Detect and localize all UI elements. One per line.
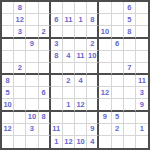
cell-r9c8[interactable] [87,99,99,111]
cell-r7c4[interactable] [39,75,51,87]
cell-r5c3[interactable] [26,51,38,63]
given-digit: 10 [88,52,96,60]
given-digit: 12 [3,125,11,133]
cell-r5c5[interactable]: 8 [51,51,63,63]
cell-r10c11[interactable] [124,112,136,124]
cell-r10c9[interactable]: 9 [99,112,111,124]
cell-r9c4[interactable] [39,99,51,111]
cell-r7c6[interactable]: 2 [63,75,75,87]
cell-r9c6[interactable]: 1 [63,99,75,111]
cell-r6c8[interactable] [87,63,99,75]
cell-r6c2[interactable]: 2 [14,63,26,75]
cell-r7c10[interactable] [112,75,124,87]
cell-r11c12[interactable]: 1 [136,124,148,136]
cell-r10c12[interactable] [136,112,148,124]
cell-r1c10[interactable] [112,2,124,14]
cell-r6c12[interactable] [136,63,148,75]
cell-r9c7[interactable]: 12 [75,99,87,111]
cell-r7c1[interactable]: 8 [2,75,14,87]
cell-r2c9[interactable] [99,14,111,26]
cell-r1c7[interactable] [75,2,87,14]
cell-r8c7[interactable] [75,87,87,99]
cell-r7c5[interactable] [51,75,63,87]
cell-r9c2[interactable] [14,99,26,111]
given-digit: 1 [54,138,58,146]
cell-r5c1[interactable] [2,51,14,63]
given-digit: 5 [127,16,131,24]
cell-r8c4[interactable]: 6 [39,87,51,99]
cell-r5c11[interactable] [124,51,136,63]
cell-r11c8[interactable]: 9 [87,124,99,136]
cell-r5c9[interactable] [99,51,111,63]
cell-r4c1[interactable] [2,39,14,51]
given-digit: 10 [76,138,84,146]
given-digit: 1 [66,101,70,109]
cell-r10c3[interactable]: 10 [26,112,38,124]
given-digit: 11 [64,16,72,24]
cell-r10c6[interactable] [63,112,75,124]
cell-r10c8[interactable] [87,112,99,124]
cell-r9c12[interactable]: 9 [136,99,148,111]
given-digit: 4 [66,52,70,60]
given-digit: 12 [64,138,72,146]
cell-r10c1[interactable] [2,112,14,124]
cell-r11c4[interactable] [39,124,51,136]
cell-r1c5[interactable] [51,2,63,14]
cell-r12c2[interactable] [14,136,26,148]
given-digit: 5 [5,89,9,97]
cell-r11c10[interactable]: 2 [112,124,124,136]
given-digit: 8 [54,52,58,60]
given-digit: 3 [140,89,144,97]
cell-r4c2[interactable] [14,39,26,51]
given-digit: 9 [140,101,144,109]
cell-r9c1[interactable]: 10 [2,99,14,111]
cell-r6c7[interactable] [75,63,87,75]
cell-r1c6[interactable] [63,2,75,14]
cell-r9c9[interactable] [99,99,111,111]
given-digit: 5 [115,113,119,121]
given-digit: 2 [115,125,119,133]
cell-r3c3[interactable] [26,26,38,38]
cell-r12c8[interactable]: 4 [87,136,99,148]
given-digit: 12 [76,101,84,109]
given-digit: 9 [103,113,107,121]
cell-r9c10[interactable] [112,99,124,111]
given-digit: 10 [3,101,11,109]
cell-r3c4[interactable]: 2 [39,26,51,38]
cell-r4c8[interactable]: 2 [87,39,99,51]
cell-r1c11[interactable]: 6 [124,2,136,14]
cell-r3c2[interactable]: 3 [14,26,26,38]
given-digit: 10 [101,28,109,36]
cell-r6c11[interactable]: 7 [124,63,136,75]
given-digit: 3 [18,28,22,36]
cell-r4c9[interactable] [99,39,111,51]
cell-r6c3[interactable] [26,63,38,75]
cell-r8c9[interactable]: 12 [99,87,111,99]
cell-r11c7[interactable] [75,124,87,136]
given-digit: 12 [16,16,24,24]
cell-r1c2[interactable]: 8 [14,2,26,14]
given-digit: 2 [90,40,94,48]
cell-r8c11[interactable] [124,87,136,99]
cell-r2c10[interactable] [112,14,124,26]
cell-r2c1[interactable] [2,14,14,26]
cell-r5c10[interactable] [112,51,124,63]
cell-r8c2[interactable] [14,87,26,99]
given-digit: 12 [101,89,109,97]
cell-r12c9[interactable] [99,136,111,148]
given-digit: 11 [77,52,85,60]
cell-r10c2[interactable] [14,112,26,124]
given-digit: 11 [52,125,60,133]
cell-r4c3[interactable]: 9 [26,39,38,51]
cell-r11c6[interactable] [63,124,75,136]
cell-r7c9[interactable] [99,75,111,87]
cell-r2c3[interactable] [26,14,38,26]
given-digit: 2 [66,77,70,85]
cell-r10c4[interactable]: 8 [39,112,51,124]
cell-r2c5[interactable]: 6 [51,14,63,26]
given-digit: 11 [138,77,146,85]
cell-r9c5[interactable] [51,99,63,111]
cell-r8c8[interactable] [87,87,99,99]
cell-r6c9[interactable] [99,63,111,75]
cell-r4c10[interactable]: 6 [112,39,124,51]
cell-r11c11[interactable] [124,124,136,136]
cell-r2c2[interactable]: 12 [14,14,26,26]
cell-r4c5[interactable]: 3 [51,39,63,51]
cell-r5c12[interactable] [136,51,148,63]
cell-r7c8[interactable] [87,75,99,87]
cell-r7c2[interactable] [14,75,26,87]
cell-r7c7[interactable]: 4 [75,75,87,87]
cell-r9c11[interactable] [124,99,136,111]
cell-r12c1[interactable] [2,136,14,148]
cell-r7c12[interactable]: 11 [136,75,148,87]
cell-r4c6[interactable] [63,39,75,51]
given-digit: 1 [78,16,82,24]
given-digit: 9 [30,40,34,48]
given-digit: 8 [5,77,9,85]
cell-r9c3[interactable] [26,99,38,111]
cell-r12c11[interactable] [124,136,136,148]
cell-r12c3[interactable] [26,136,38,148]
cell-r3c10[interactable] [112,26,124,38]
cell-r5c7[interactable]: 11 [75,51,87,63]
cell-r1c9[interactable] [99,2,111,14]
cell-r12c7[interactable]: 10 [75,136,87,148]
cell-r4c11[interactable] [124,39,136,51]
cell-r10c5[interactable] [51,112,63,124]
cell-r6c6[interactable] [63,63,75,75]
cell-r6c1[interactable] [2,63,14,75]
given-digit: 6 [127,4,131,12]
cell-r7c3[interactable] [26,75,38,87]
given-digit: 6 [115,40,119,48]
cell-r6c4[interactable] [39,63,51,75]
cell-r8c10[interactable] [112,87,124,99]
cell-r12c5[interactable]: 1 [51,136,63,148]
given-digit: 2 [18,64,22,72]
cell-r5c4[interactable] [39,51,51,63]
cell-r1c12[interactable] [136,2,148,14]
cell-r2c6[interactable]: 11 [63,14,75,26]
cell-r8c1[interactable]: 5 [2,87,14,99]
cell-r12c6[interactable]: 12 [63,136,75,148]
cell-r10c10[interactable]: 5 [112,112,124,124]
cell-r3c5[interactable] [51,26,63,38]
cell-r3c7[interactable] [75,26,87,38]
cell-r4c7[interactable] [75,39,87,51]
cell-r11c9[interactable] [99,124,111,136]
cell-r11c2[interactable] [14,124,26,136]
cell-r3c11[interactable]: 8 [124,26,136,38]
cell-r8c3[interactable] [26,87,38,99]
cell-r2c7[interactable]: 1 [75,14,87,26]
cell-r5c8[interactable]: 10 [87,51,99,63]
cell-r6c5[interactable] [51,63,63,75]
cell-r3c1[interactable] [2,26,14,38]
given-digit: 9 [90,125,94,133]
cell-r11c5[interactable]: 11 [51,124,63,136]
cell-r5c2[interactable] [14,51,26,63]
given-digit: 8 [18,4,22,12]
cell-r8c12[interactable]: 3 [136,87,148,99]
cell-r12c12[interactable] [136,136,148,148]
cell-r1c4[interactable] [39,2,51,14]
cell-r11c1[interactable]: 12 [2,124,14,136]
cell-r8c6[interactable] [63,87,75,99]
given-digit: 2 [41,28,45,36]
cell-r6c10[interactable] [112,63,124,75]
cell-r12c10[interactable] [112,136,124,148]
cell-r2c12[interactable] [136,14,148,26]
cell-r1c3[interactable] [26,2,38,14]
cell-r4c4[interactable] [39,39,51,51]
sudoku-board: 8612611185321089326841110278241156123101… [0,0,150,150]
given-digit: 8 [41,113,45,121]
cell-r12c4[interactable] [39,136,51,148]
cell-r11c3[interactable]: 3 [26,124,38,136]
given-digit: 1 [140,125,144,133]
given-digit: 3 [54,40,58,48]
cell-r1c1[interactable] [2,2,14,14]
given-digit: 4 [90,138,94,146]
given-digit: 8 [127,28,131,36]
given-digit: 4 [78,77,82,85]
cell-r2c11[interactable]: 5 [124,14,136,26]
cell-r4c12[interactable] [136,39,148,51]
cell-r2c4[interactable] [39,14,51,26]
cell-r10c7[interactable] [75,112,87,124]
cell-r3c9[interactable]: 10 [99,26,111,38]
given-digit: 3 [30,125,34,133]
cell-r1c8[interactable] [87,2,99,14]
given-digit: 10 [28,113,36,121]
cell-r3c6[interactable] [63,26,75,38]
given-digit: 8 [90,16,94,24]
cell-r2c8[interactable]: 8 [87,14,99,26]
cell-r3c8[interactable] [87,26,99,38]
cell-r8c5[interactable] [51,87,63,99]
cell-r5c6[interactable]: 4 [63,51,75,63]
given-digit: 6 [41,89,45,97]
cell-r7c11[interactable] [124,75,136,87]
cell-r3c12[interactable] [136,26,148,38]
given-digit: 7 [127,64,131,72]
given-digit: 6 [54,16,58,24]
